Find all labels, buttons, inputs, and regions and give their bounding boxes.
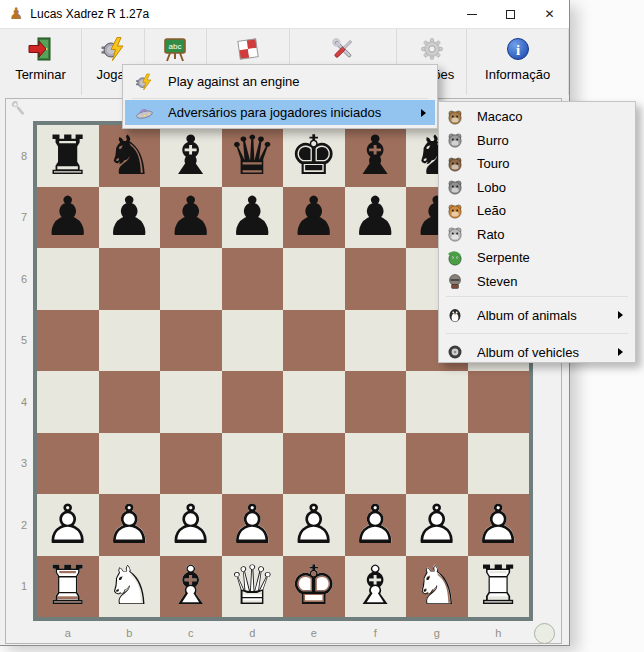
menu-separator: [132, 98, 428, 99]
square-b5[interactable]: [99, 310, 161, 372]
black-pawn: ♟: [99, 187, 161, 249]
white-rook: [37, 556, 99, 618]
submenu-item-label: Leão: [477, 203, 506, 218]
submenu-item-rato[interactable]: Rato: [439, 223, 635, 247]
info-icon: i: [505, 36, 531, 62]
square-a1[interactable]: [37, 556, 99, 618]
blackboard-abc-icon: abc: [162, 36, 188, 62]
opponents-submenu: MacacoBurroTouroLoboLeãoRatoSerpenteStev…: [438, 101, 636, 363]
square-d6[interactable]: [222, 248, 284, 310]
submenu-item-album-of-vehicles[interactable]: Album of vehicles: [439, 337, 635, 367]
square-f7[interactable]: ♟: [345, 187, 407, 249]
svg-text:i: i: [516, 42, 520, 58]
square-c8[interactable]: ♝: [160, 125, 222, 187]
engine-lightning-icon: [135, 73, 153, 91]
maximize-icon: [506, 10, 515, 19]
pawn-icon: ♟: [9, 6, 23, 22]
square-d1[interactable]: [222, 556, 284, 618]
penguin-icon: [447, 307, 463, 323]
submenu-separator: [446, 333, 628, 334]
tire-icon: [447, 344, 463, 360]
square-f6[interactable]: [345, 248, 407, 310]
submenu-item-label: Rato: [477, 227, 504, 242]
submenu-item-label: Album of animals: [477, 308, 577, 323]
rank-label-5: 5: [16, 310, 32, 372]
window-title: Lucas Xadrez R 1.27a: [30, 7, 149, 21]
white-pawn: [406, 494, 468, 556]
square-e2[interactable]: [283, 494, 345, 556]
white-pawn: [99, 494, 161, 556]
white-bishop: [160, 556, 222, 618]
submenu-arrow-icon: [618, 348, 623, 356]
black-rook: ♜: [37, 125, 99, 187]
rank-label-4: 4: [16, 371, 32, 433]
black-king: ♚: [283, 125, 345, 187]
square-c6[interactable]: [160, 248, 222, 310]
square-a8[interactable]: ♜: [37, 125, 99, 187]
black-pawn: ♟: [345, 187, 407, 249]
file-label-e: e: [283, 627, 345, 641]
square-c4[interactable]: [160, 371, 222, 433]
file-label-c: c: [160, 627, 222, 641]
square-b3[interactable]: [99, 433, 161, 495]
white-pawn: [160, 494, 222, 556]
black-pawn: ♟: [283, 187, 345, 249]
maximize-button[interactable]: [491, 0, 530, 28]
svg-text:abc: abc: [169, 42, 182, 51]
square-f5[interactable]: [345, 310, 407, 372]
submenu-item-lobo[interactable]: Lobo: [439, 176, 635, 200]
square-c2[interactable]: [160, 494, 222, 556]
square-a3[interactable]: [37, 433, 99, 495]
file-label-g: g: [406, 627, 468, 641]
square-d7[interactable]: ♟: [222, 187, 284, 249]
tools-icon: [330, 36, 356, 62]
square-a5[interactable]: [37, 310, 99, 372]
submenu-item-label: Burro: [477, 133, 509, 148]
square-a4[interactable]: [37, 371, 99, 433]
white-king: [283, 556, 345, 618]
rank-label-6: 6: [16, 248, 32, 310]
white-pawn: [468, 494, 530, 556]
toolbar-button-informacao[interactable]: iInformação: [467, 29, 569, 95]
square-b4[interactable]: [99, 371, 161, 433]
snake-icon: [447, 250, 463, 266]
submenu-item-album-of-animals[interactable]: Album of animals: [439, 300, 635, 330]
submenu-item-leão[interactable]: Leão: [439, 199, 635, 223]
square-h1[interactable]: [468, 556, 530, 618]
square-e5[interactable]: [283, 310, 345, 372]
file-label-f: f: [345, 627, 407, 641]
square-a7[interactable]: ♟: [37, 187, 99, 249]
minimize-icon: [467, 14, 477, 15]
toolbar-button-terminar[interactable]: Terminar: [0, 29, 82, 95]
monkey-icon: [447, 109, 463, 125]
square-f1[interactable]: [345, 556, 407, 618]
square-c7[interactable]: ♟: [160, 187, 222, 249]
square-g4[interactable]: [406, 371, 468, 433]
menu-item-adversarios-iniciados[interactable]: Adversários para jogadores iniciados: [125, 100, 435, 125]
square-f4[interactable]: [345, 371, 407, 433]
window-controls: ✕: [452, 0, 569, 28]
lion-icon: [447, 203, 463, 219]
wrench-icon: [11, 101, 27, 117]
white-pawn: [283, 494, 345, 556]
rank-label-8: 8: [16, 125, 32, 187]
black-bishop: ♝: [345, 125, 407, 187]
rat-icon: [447, 226, 463, 242]
square-f2[interactable]: [345, 494, 407, 556]
exit-door-icon: [27, 36, 53, 62]
square-a6[interactable]: [37, 248, 99, 310]
file-label-b: b: [99, 627, 161, 641]
submenu-item-burro[interactable]: Burro: [439, 129, 635, 153]
black-bishop: ♝: [160, 125, 222, 187]
square-b2[interactable]: [99, 494, 161, 556]
white-queen: [222, 556, 284, 618]
square-c3[interactable]: [160, 433, 222, 495]
square-e3[interactable]: [283, 433, 345, 495]
submenu-separator: [446, 296, 628, 297]
rank-label-2: 2: [16, 494, 32, 556]
donkey-icon: [447, 132, 463, 148]
engine-lightning-icon: [100, 36, 126, 62]
submenu-item-label: Steven: [477, 274, 517, 289]
square-g2[interactable]: [406, 494, 468, 556]
square-f3[interactable]: [345, 433, 407, 495]
white-pawn: [37, 494, 99, 556]
square-b6[interactable]: [99, 248, 161, 310]
submenu-arrow-icon: [618, 311, 623, 319]
knight-helmet-icon: [447, 273, 463, 289]
minimize-button[interactable]: [452, 0, 491, 28]
square-c1[interactable]: [160, 556, 222, 618]
square-e7[interactable]: ♟: [283, 187, 345, 249]
square-f8[interactable]: ♝: [345, 125, 407, 187]
turn-indicator-circle: [534, 623, 555, 644]
submenu-item-label: Album of vehicles: [477, 345, 579, 360]
file-label-a: a: [37, 627, 99, 641]
square-b1[interactable]: [99, 556, 161, 618]
submenu-item-steven[interactable]: Steven: [439, 270, 635, 294]
submenu-arrow-icon: [421, 109, 426, 117]
rank-label-3: 3: [16, 433, 32, 495]
square-e6[interactable]: [283, 248, 345, 310]
square-b7[interactable]: ♟: [99, 187, 161, 249]
square-h4[interactable]: [468, 371, 530, 433]
menu-item-play-engine[interactable]: Play against an engine: [123, 65, 437, 98]
submenu-item-macaco[interactable]: Macaco: [439, 105, 635, 129]
ufo-icon: [135, 104, 153, 122]
rank-label-1: 1: [16, 556, 32, 618]
square-h2[interactable]: [468, 494, 530, 556]
close-button[interactable]: ✕: [530, 0, 569, 28]
square-g3[interactable]: [406, 433, 468, 495]
square-b8[interactable]: ♞: [99, 125, 161, 187]
black-pawn: ♟: [222, 187, 284, 249]
square-d2[interactable]: [222, 494, 284, 556]
play-menu: Play against an engineAdversários para j…: [122, 64, 438, 129]
black-queen: ♛: [222, 125, 284, 187]
black-pawn: ♟: [160, 187, 222, 249]
square-d8[interactable]: ♛: [222, 125, 284, 187]
wrench-icon[interactable]: [11, 101, 29, 119]
square-d4[interactable]: [222, 371, 284, 433]
close-icon: ✕: [544, 7, 554, 21]
checkered-flag-icon: [235, 36, 261, 62]
toolbar-label-informacao: Informação: [485, 67, 550, 82]
black-pawn: ♟: [37, 187, 99, 249]
titlebar: ♟ Lucas Xadrez R 1.27a ✕: [0, 0, 569, 29]
square-g1[interactable]: [406, 556, 468, 618]
file-label-d: d: [222, 627, 284, 641]
black-knight: ♞: [99, 125, 161, 187]
toolbar-label-terminar: Terminar: [15, 67, 66, 82]
submenu-item-label: Macaco: [477, 109, 523, 124]
wolf-icon: [447, 179, 463, 195]
square-e1[interactable]: [283, 556, 345, 618]
desktop: ♟ Lucas Xadrez R 1.27a ✕ TerminarJogarab…: [0, 0, 644, 652]
square-a2[interactable]: [37, 494, 99, 556]
submenu-item-label: Touro: [477, 156, 510, 171]
square-e4[interactable]: [283, 371, 345, 433]
submenu-item-serpente[interactable]: Serpente: [439, 246, 635, 270]
square-d5[interactable]: [222, 310, 284, 372]
submenu-item-label: Serpente: [477, 250, 530, 265]
square-c5[interactable]: [160, 310, 222, 372]
menu-item-label: Adversários para jogadores iniciados: [168, 105, 381, 120]
square-d3[interactable]: [222, 433, 284, 495]
white-rook: [468, 556, 530, 618]
rank-label-7: 7: [16, 187, 32, 249]
submenu-item-touro[interactable]: Touro: [439, 152, 635, 176]
menu-item-label: Play against an engine: [168, 74, 300, 89]
white-knight: [406, 556, 468, 618]
file-label-h: h: [468, 627, 530, 641]
white-pawn: [222, 494, 284, 556]
white-knight: [99, 556, 161, 618]
square-e8[interactable]: ♚: [283, 125, 345, 187]
submenu-item-label: Lobo: [477, 180, 506, 195]
gear-icon: [419, 36, 445, 62]
square-h3[interactable]: [468, 433, 530, 495]
bull-icon: [447, 156, 463, 172]
white-pawn: [345, 494, 407, 556]
white-bishop: [345, 556, 407, 618]
